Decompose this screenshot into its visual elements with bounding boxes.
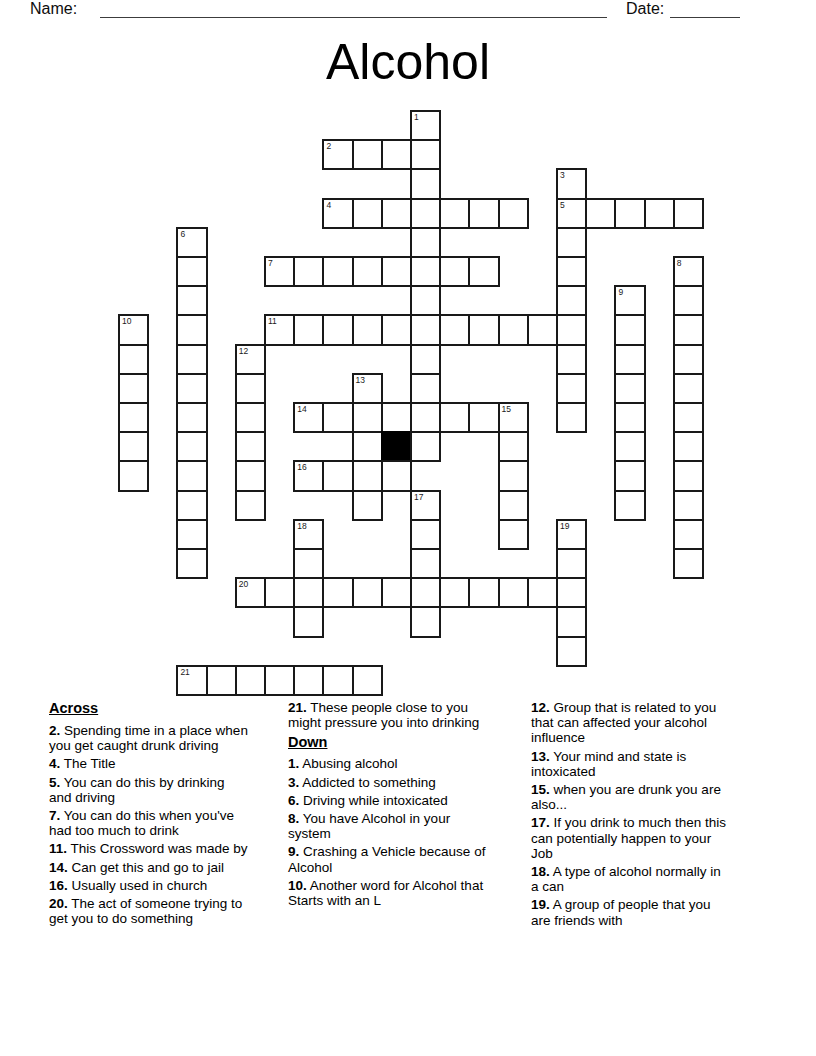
cell-6-19[interactable]	[673, 285, 704, 316]
cell-16-8[interactable]	[352, 577, 383, 608]
cell-16-7[interactable]	[322, 577, 353, 608]
cell-14-15[interactable]: 19	[556, 519, 587, 550]
cell-7-0[interactable]: 10	[118, 314, 149, 345]
clue-down-9: 9. Crashing a Vehicle because of Alcohol	[288, 844, 487, 874]
cell-9-8[interactable]: 13	[352, 373, 383, 404]
cell-number-15: 15	[502, 404, 511, 414]
cell-number-17: 17	[414, 492, 423, 502]
cell-7-6[interactable]	[293, 314, 324, 345]
cell-19-2[interactable]: 21	[176, 665, 207, 696]
cell-number-1: 1	[414, 112, 419, 122]
cell-2-15[interactable]: 3	[556, 168, 587, 199]
cell-number-10: 10	[122, 316, 131, 326]
cell-10-7[interactable]	[322, 402, 353, 433]
cell-number-16: 16	[297, 462, 306, 472]
cell-12-13[interactable]	[498, 460, 529, 491]
cell-14-6[interactable]: 18	[293, 519, 324, 550]
cell-15-19[interactable]	[673, 548, 704, 579]
clue-down-12: 12. Group that is related to you that ca…	[531, 700, 730, 746]
clue-across-20: 20. The act of someone trying to get you…	[49, 896, 248, 926]
cell-8-10[interactable]	[410, 344, 441, 375]
clue-across-2: 2. Spending time in a place when you get…	[49, 723, 248, 753]
cell-number-4: 4	[326, 200, 331, 210]
puzzle-title: Alcohol	[0, 34, 816, 90]
cell-9-10[interactable]	[410, 373, 441, 404]
cell-number-14: 14	[297, 404, 306, 414]
cell-7-10[interactable]	[410, 314, 441, 345]
cell-7-2[interactable]	[176, 314, 207, 345]
cell-4-2[interactable]: 6	[176, 227, 207, 258]
cell-number-6: 6	[180, 229, 185, 239]
cell-5-15[interactable]	[556, 256, 587, 287]
cell-13-17[interactable]	[614, 490, 645, 521]
cell-7-8[interactable]	[352, 314, 383, 345]
clue-down-19: 19. A group of people that you are frien…	[531, 897, 730, 927]
cell-19-6[interactable]	[293, 665, 324, 696]
worksheet-page: Name: Date: Alcohol 12345678910111213141…	[0, 0, 816, 1056]
cell-19-7[interactable]	[322, 665, 353, 696]
name-label: Name:	[30, 0, 77, 18]
cell-number-3: 3	[560, 170, 565, 180]
cell-12-17[interactable]	[614, 460, 645, 491]
cell-7-11[interactable]	[439, 314, 470, 345]
cell-16-13[interactable]	[498, 577, 529, 608]
cell-5-6[interactable]	[293, 256, 324, 287]
clue-down-8: 8. You have Alcohol in your system	[288, 811, 487, 841]
cell-9-15[interactable]	[556, 373, 587, 404]
cell-13-8[interactable]	[352, 490, 383, 521]
cell-number-19: 19	[560, 521, 569, 531]
cell-14-2[interactable]	[176, 519, 207, 550]
cell-8-2[interactable]	[176, 344, 207, 375]
cell-5-7[interactable]	[322, 256, 353, 287]
cell-10-4[interactable]	[235, 402, 266, 433]
clue-down-15: 15. when you are drunk you are also...	[531, 782, 730, 812]
down-heading: Down	[288, 734, 487, 750]
cell-19-3[interactable]	[206, 665, 237, 696]
cell-16-15[interactable]	[556, 577, 587, 608]
cell-1-10[interactable]	[410, 139, 441, 170]
across-heading: Across	[49, 700, 248, 716]
cell-5-11[interactable]	[439, 256, 470, 287]
cell-5-5[interactable]: 7	[264, 256, 295, 287]
cell-2-10[interactable]	[410, 168, 441, 199]
cell-8-17[interactable]	[614, 344, 645, 375]
clue-across-14: 14. Can get this and go to jail	[49, 860, 248, 875]
cell-12-6[interactable]: 16	[293, 460, 324, 491]
cell-17-6[interactable]	[293, 606, 324, 637]
cell-17-10[interactable]	[410, 606, 441, 637]
cell-5-8[interactable]	[352, 256, 383, 287]
cell-3-16[interactable]	[585, 198, 616, 229]
cell-6-2[interactable]	[176, 285, 207, 316]
clue-across-16: 16. Usually used in church	[49, 878, 248, 893]
cell-11-4[interactable]	[235, 431, 266, 462]
cell-13-2[interactable]	[176, 490, 207, 521]
cell-8-0[interactable]	[118, 344, 149, 375]
cell-12-0[interactable]	[118, 460, 149, 491]
clue-across-7: 7. You can do this when you've had too m…	[49, 808, 248, 838]
cell-number-18: 18	[297, 521, 306, 531]
date-label: Date:	[626, 0, 664, 18]
cell-7-13[interactable]	[498, 314, 529, 345]
cell-7-9[interactable]	[381, 314, 412, 345]
down-clue-list: 1. Abusing alcohol3. Addicted to somethi…	[288, 756, 487, 908]
cell-9-4[interactable]	[235, 373, 266, 404]
cell-3-18[interactable]	[644, 198, 675, 229]
cell-number-5: 5	[560, 200, 565, 210]
clue-across-21: 21. These people close to you might pres…	[288, 700, 487, 730]
cell-14-19[interactable]	[673, 519, 704, 550]
name-blank-line	[100, 1, 607, 18]
cell-13-4[interactable]	[235, 490, 266, 521]
cell-18-15[interactable]	[556, 636, 587, 667]
cell-15-6[interactable]	[293, 548, 324, 579]
clue-column-1: Across 2. Spending time in a place when …	[49, 700, 248, 929]
clue-across-11: 11. This Crossword was made by	[49, 841, 248, 856]
cell-17-15[interactable]	[556, 606, 587, 637]
cell-16-6[interactable]	[293, 577, 324, 608]
cell-9-17[interactable]	[614, 373, 645, 404]
clue-across-5: 5. You can do this by drinking and drivi…	[49, 775, 248, 805]
down-clue-list-overflow: 12. Group that is related to you that ca…	[531, 700, 730, 928]
cell-10-2[interactable]	[176, 402, 207, 433]
cell-number-11: 11	[268, 316, 277, 326]
cell-number-2: 2	[326, 141, 331, 151]
cell-7-17[interactable]	[614, 314, 645, 345]
cell-15-15[interactable]	[556, 548, 587, 579]
cell-3-7[interactable]: 4	[322, 198, 353, 229]
cell-number-13: 13	[356, 375, 365, 385]
cell-11-13[interactable]	[498, 431, 529, 462]
cell-6-15[interactable]	[556, 285, 587, 316]
cell-8-15[interactable]	[556, 344, 587, 375]
cell-16-11[interactable]	[439, 577, 470, 608]
cell-7-14[interactable]	[527, 314, 558, 345]
cell-number-21: 21	[180, 667, 189, 677]
cell-1-7[interactable]: 2	[322, 139, 353, 170]
clue-down-18: 18. A type of alcohol normally in a can	[531, 864, 730, 894]
cell-4-10[interactable]	[410, 227, 441, 258]
cell-5-2[interactable]	[176, 256, 207, 287]
cell-13-19[interactable]	[673, 490, 704, 521]
cell-19-8[interactable]	[352, 665, 383, 696]
cell-16-10[interactable]	[410, 577, 441, 608]
black-cell	[381, 431, 412, 462]
cell-10-8[interactable]	[352, 402, 383, 433]
clue-down-17: 17. If you drink to much then this can p…	[531, 815, 730, 861]
cell-1-9[interactable]	[381, 139, 412, 170]
clue-down-3: 3. Addicted to something	[288, 775, 487, 790]
cell-12-19[interactable]	[673, 460, 704, 491]
clue-down-6: 6. Driving while intoxicated	[288, 793, 487, 808]
cell-9-19[interactable]	[673, 373, 704, 404]
cell-10-0[interactable]	[118, 402, 149, 433]
cell-5-9[interactable]	[381, 256, 412, 287]
cell-11-8[interactable]	[352, 431, 383, 462]
clue-across-4: 4. The Title	[49, 756, 248, 771]
cell-9-2[interactable]	[176, 373, 207, 404]
cell-12-4[interactable]	[235, 460, 266, 491]
cell-number-9: 9	[618, 287, 623, 297]
cell-8-19[interactable]	[673, 344, 704, 375]
cell-10-19[interactable]	[673, 402, 704, 433]
cell-5-19[interactable]: 8	[673, 256, 704, 287]
cell-10-15[interactable]	[556, 402, 587, 433]
cell-5-10[interactable]	[410, 256, 441, 287]
across-clue-list-overflow: 21. These people close to you might pres…	[288, 700, 487, 730]
cell-3-8[interactable]	[352, 198, 383, 229]
cell-12-8[interactable]	[352, 460, 383, 491]
cell-19-5[interactable]	[264, 665, 295, 696]
cell-8-4[interactable]: 12	[235, 344, 266, 375]
cell-3-19[interactable]	[673, 198, 704, 229]
cell-11-19[interactable]	[673, 431, 704, 462]
cell-3-9[interactable]	[381, 198, 412, 229]
cell-6-10[interactable]	[410, 285, 441, 316]
cell-16-12[interactable]	[468, 577, 499, 608]
cell-7-7[interactable]	[322, 314, 353, 345]
cell-6-17[interactable]: 9	[614, 285, 645, 316]
cell-7-12[interactable]	[468, 314, 499, 345]
cell-1-8[interactable]	[352, 139, 383, 170]
cell-3-10[interactable]	[410, 198, 441, 229]
cell-10-17[interactable]	[614, 402, 645, 433]
cell-number-8: 8	[677, 258, 682, 268]
clue-down-10: 10. Another word for Alcohol that Starts…	[288, 878, 487, 908]
cell-3-12[interactable]	[468, 198, 499, 229]
cell-10-11[interactable]	[439, 402, 470, 433]
cell-15-2[interactable]	[176, 548, 207, 579]
cell-7-5[interactable]: 11	[264, 314, 295, 345]
cell-10-10[interactable]	[410, 402, 441, 433]
cell-14-13[interactable]	[498, 519, 529, 550]
cell-16-14[interactable]	[527, 577, 558, 608]
cell-7-15[interactable]	[556, 314, 587, 345]
cell-11-0[interactable]	[118, 431, 149, 462]
cell-3-13[interactable]	[498, 198, 529, 229]
cell-0-10[interactable]: 1	[410, 110, 441, 141]
cell-14-10[interactable]	[410, 519, 441, 550]
cell-3-15[interactable]: 5	[556, 198, 587, 229]
clue-down-13: 13. Your mind and state is intoxicated	[531, 749, 730, 779]
cell-3-17[interactable]	[614, 198, 645, 229]
date-blank-line	[670, 1, 740, 18]
cell-4-15[interactable]	[556, 227, 587, 258]
cell-10-13[interactable]: 15	[498, 402, 529, 433]
clue-column-3: 12. Group that is related to you that ca…	[531, 700, 730, 931]
cell-9-0[interactable]	[118, 373, 149, 404]
cell-15-10[interactable]	[410, 548, 441, 579]
crossword-grid: 123456789101112131415161718192021	[118, 110, 702, 694]
clue-down-1: 1. Abusing alcohol	[288, 756, 487, 771]
cell-12-7[interactable]	[322, 460, 353, 491]
cell-number-7: 7	[268, 258, 273, 268]
cell-10-9[interactable]	[381, 402, 412, 433]
cell-11-2[interactable]	[176, 431, 207, 462]
cell-11-17[interactable]	[614, 431, 645, 462]
cell-7-19[interactable]	[673, 314, 704, 345]
cell-16-9[interactable]	[381, 577, 412, 608]
cell-12-2[interactable]	[176, 460, 207, 491]
cell-12-9[interactable]	[381, 460, 412, 491]
cell-16-4[interactable]: 20	[235, 577, 266, 608]
clue-column-2: 21. These people close to you might pres…	[288, 700, 487, 911]
cell-10-12[interactable]	[468, 402, 499, 433]
across-clue-list: 2. Spending time in a place when you get…	[49, 723, 248, 926]
cell-11-10[interactable]	[410, 431, 441, 462]
cell-5-12[interactable]	[468, 256, 499, 287]
cell-number-20: 20	[239, 579, 248, 589]
cell-19-4[interactable]	[235, 665, 266, 696]
cell-13-13[interactable]	[498, 490, 529, 521]
cell-13-10[interactable]: 17	[410, 490, 441, 521]
cell-number-12: 12	[239, 346, 248, 356]
cell-3-11[interactable]	[439, 198, 470, 229]
cell-10-6[interactable]: 14	[293, 402, 324, 433]
cell-16-5[interactable]	[264, 577, 295, 608]
